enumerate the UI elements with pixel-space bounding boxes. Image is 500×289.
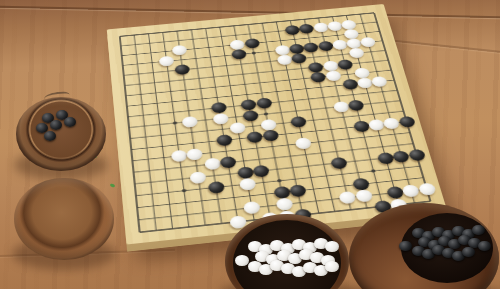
white-stone: ○ (277, 55, 293, 66)
black-stone: ● (291, 53, 307, 64)
captured-black-stone (50, 120, 62, 130)
white-stone: ○ (159, 56, 175, 67)
stones-layer: ●●○○○○○●○○●○●●●○○○●○●○●○●●○○●○○●●●○○●○●○… (107, 4, 384, 29)
white-stone: ○ (332, 101, 349, 113)
black-stone: ● (303, 42, 319, 53)
white-bowl-interior (233, 220, 341, 289)
white-stone-in-bowl (325, 261, 339, 272)
black-stone: ● (299, 23, 315, 34)
black-stone: ● (231, 49, 247, 60)
black-stone: ● (244, 38, 260, 49)
black-stone-in-bowl (478, 241, 491, 252)
white-stone: ○ (360, 37, 377, 48)
white-stone: ○ (332, 40, 349, 51)
black-stone: ● (337, 59, 354, 70)
captured-black-stone (64, 117, 76, 127)
black-stone-in-bowl (472, 225, 485, 236)
go-game-photo: ●●○○○○○●○○●○●●●○○○●○●○●○●●○○●○○●●●○○●○●○… (0, 0, 500, 289)
capture-lid-with-black-prisoners (16, 97, 106, 171)
black-stone: ● (310, 72, 327, 83)
white-stone: ○ (313, 22, 329, 33)
empty-bowl-lid (14, 178, 114, 260)
black-stone: ● (256, 98, 273, 110)
white-stone: ○ (327, 21, 343, 31)
white-stone: ○ (371, 76, 388, 87)
white-stone: ○ (172, 45, 188, 56)
black-stone: ● (342, 79, 359, 90)
captured-black-stone (44, 131, 56, 141)
black-stone-in-bowl (399, 241, 412, 252)
white-stone: ○ (325, 70, 342, 81)
white-stone-in-bowl (325, 241, 339, 252)
black-stone: ● (347, 99, 364, 111)
white-stone: ○ (348, 48, 365, 59)
black-stone: ● (317, 41, 333, 52)
black-stone: ● (175, 64, 191, 75)
black-stone-in-bowl (462, 247, 475, 258)
white-stone-in-bowl (235, 255, 249, 266)
black-stone: ● (284, 25, 300, 36)
black-bowl-interior (401, 213, 493, 283)
